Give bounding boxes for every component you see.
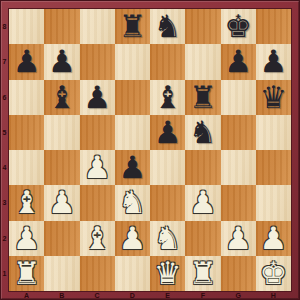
black-rook-d8: ♜ xyxy=(118,9,146,44)
file-labels: ABCDEFGH xyxy=(9,291,291,300)
square-b6[interactable]: ♝ xyxy=(44,80,79,115)
square-e8[interactable]: ♞ xyxy=(150,9,185,44)
square-h6[interactable]: ♛ xyxy=(256,80,291,115)
square-e4[interactable] xyxy=(150,150,185,185)
square-f2[interactable] xyxy=(185,221,220,256)
square-a4[interactable] xyxy=(9,150,44,185)
square-b4[interactable] xyxy=(44,150,79,185)
square-g5[interactable] xyxy=(221,115,256,150)
black-pawn-b7: ♟ xyxy=(48,44,76,79)
square-c2[interactable]: ♝ xyxy=(80,221,115,256)
square-a8[interactable] xyxy=(9,9,44,44)
square-h8[interactable] xyxy=(256,9,291,44)
black-rook-f6: ♜ xyxy=(189,80,217,115)
white-pawn-d2: ♟ xyxy=(118,221,146,256)
chess-board: ♜♞♚♟♟♟♟♝♟♝♜♛♟♞♟♟♝♟♞♟♟♝♟♞♟♟♜♛♜♚ xyxy=(9,9,291,291)
square-b1[interactable] xyxy=(44,256,79,291)
square-e2[interactable]: ♞ xyxy=(150,221,185,256)
square-f5[interactable]: ♞ xyxy=(185,115,220,150)
rank-label-8: 8 xyxy=(0,9,9,44)
white-pawn-g2: ♟ xyxy=(224,221,252,256)
square-a1[interactable]: ♜ xyxy=(9,256,44,291)
square-d5[interactable] xyxy=(115,115,150,150)
black-queen-h6: ♛ xyxy=(259,80,287,115)
rank-label-6: 6 xyxy=(0,80,9,115)
square-b3[interactable]: ♟ xyxy=(44,185,79,220)
square-f3[interactable]: ♟ xyxy=(185,185,220,220)
black-bishop-e6: ♝ xyxy=(154,80,182,115)
black-pawn-a7: ♟ xyxy=(13,44,41,79)
black-pawn-d4: ♟ xyxy=(118,150,146,185)
square-h3[interactable] xyxy=(256,185,291,220)
black-pawn-c6: ♟ xyxy=(83,80,111,115)
square-f8[interactable] xyxy=(185,9,220,44)
white-rook-a1: ♜ xyxy=(13,256,41,291)
rank-label-1: 1 xyxy=(0,256,9,291)
square-e7[interactable] xyxy=(150,44,185,79)
square-e6[interactable]: ♝ xyxy=(150,80,185,115)
square-a3[interactable]: ♝ xyxy=(9,185,44,220)
file-label-e: E xyxy=(150,291,185,300)
square-g6[interactable] xyxy=(221,80,256,115)
square-c4[interactable]: ♟ xyxy=(80,150,115,185)
file-label-f: F xyxy=(185,291,220,300)
white-king-h1: ♚ xyxy=(259,256,287,291)
square-d4[interactable]: ♟ xyxy=(115,150,150,185)
rank-labels: 87654321 xyxy=(0,9,9,291)
square-c5[interactable] xyxy=(80,115,115,150)
square-d7[interactable] xyxy=(115,44,150,79)
rank-label-7: 7 xyxy=(0,44,9,79)
rank-label-4: 4 xyxy=(0,150,9,185)
file-label-g: G xyxy=(221,291,256,300)
square-a5[interactable] xyxy=(9,115,44,150)
square-d8[interactable]: ♜ xyxy=(115,9,150,44)
black-pawn-h7: ♟ xyxy=(259,44,287,79)
square-c8[interactable] xyxy=(80,9,115,44)
black-knight-f5: ♞ xyxy=(189,115,217,150)
square-c3[interactable] xyxy=(80,185,115,220)
white-rook-f1: ♜ xyxy=(189,256,217,291)
file-label-b: B xyxy=(44,291,79,300)
square-c7[interactable] xyxy=(80,44,115,79)
square-a2[interactable]: ♟ xyxy=(9,221,44,256)
square-c6[interactable]: ♟ xyxy=(80,80,115,115)
file-label-a: A xyxy=(9,291,44,300)
square-a7[interactable]: ♟ xyxy=(9,44,44,79)
white-pawn-a2: ♟ xyxy=(13,221,41,256)
square-e3[interactable] xyxy=(150,185,185,220)
white-pawn-b3: ♟ xyxy=(48,185,76,220)
rank-label-5: 5 xyxy=(0,115,9,150)
square-b2[interactable] xyxy=(44,221,79,256)
square-d3[interactable]: ♞ xyxy=(115,185,150,220)
square-g4[interactable] xyxy=(221,150,256,185)
chess-diagram: 87654321 ABCDEFGH ♜♞♚♟♟♟♟♝♟♝♜♛♟♞♟♟♝♟♞♟♟♝… xyxy=(0,0,300,300)
white-bishop-c2: ♝ xyxy=(83,221,111,256)
square-h4[interactable] xyxy=(256,150,291,185)
white-bishop-a3: ♝ xyxy=(13,185,41,220)
square-c1[interactable] xyxy=(80,256,115,291)
square-g8[interactable]: ♚ xyxy=(221,9,256,44)
black-bishop-b6: ♝ xyxy=(48,80,76,115)
square-b5[interactable] xyxy=(44,115,79,150)
rank-label-2: 2 xyxy=(0,221,9,256)
square-h7[interactable]: ♟ xyxy=(256,44,291,79)
square-e1[interactable]: ♛ xyxy=(150,256,185,291)
black-knight-e8: ♞ xyxy=(154,9,182,44)
square-h2[interactable]: ♟ xyxy=(256,221,291,256)
white-knight-d3: ♞ xyxy=(118,185,146,220)
square-g2[interactable]: ♟ xyxy=(221,221,256,256)
square-e5[interactable]: ♟ xyxy=(150,115,185,150)
square-h5[interactable] xyxy=(256,115,291,150)
square-f1[interactable]: ♜ xyxy=(185,256,220,291)
black-king-g8: ♚ xyxy=(224,9,252,44)
white-pawn-f3: ♟ xyxy=(189,185,217,220)
square-a6[interactable] xyxy=(9,80,44,115)
square-d6[interactable] xyxy=(115,80,150,115)
white-queen-e1: ♛ xyxy=(154,256,182,291)
square-h1[interactable]: ♚ xyxy=(256,256,291,291)
square-g7[interactable]: ♟ xyxy=(221,44,256,79)
file-label-c: C xyxy=(80,291,115,300)
white-knight-e2: ♞ xyxy=(154,221,182,256)
rank-label-3: 3 xyxy=(0,185,9,220)
black-pawn-g7: ♟ xyxy=(224,44,252,79)
square-f4[interactable] xyxy=(185,150,220,185)
square-b8[interactable] xyxy=(44,9,79,44)
square-f7[interactable] xyxy=(185,44,220,79)
square-d2[interactable]: ♟ xyxy=(115,221,150,256)
file-label-h: H xyxy=(256,291,291,300)
white-pawn-h2: ♟ xyxy=(259,221,287,256)
white-pawn-c4: ♟ xyxy=(83,150,111,185)
square-d1[interactable] xyxy=(115,256,150,291)
square-g1[interactable] xyxy=(221,256,256,291)
file-label-d: D xyxy=(115,291,150,300)
square-f6[interactable]: ♜ xyxy=(185,80,220,115)
square-b7[interactable]: ♟ xyxy=(44,44,79,79)
black-pawn-e5: ♟ xyxy=(154,115,182,150)
square-g3[interactable] xyxy=(221,185,256,220)
